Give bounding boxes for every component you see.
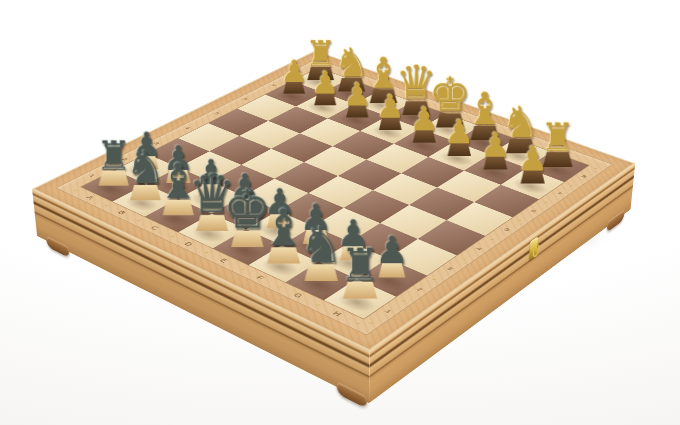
piece-plinth <box>413 130 436 143</box>
piece-plinth <box>346 105 368 117</box>
piece-plinth <box>520 170 544 183</box>
board-top: ABCDEFGH 87654321 87654321 ♜♞♝♛♚♝♞♜♟♟♟♟♟… <box>32 51 635 351</box>
rook-glyph: ♜ <box>340 242 381 288</box>
piece-plinth <box>314 93 336 105</box>
pewter-rook-h1[interactable]: ♜ <box>333 201 388 299</box>
photo-stage: ABCDEFGH 87654321 87654321 ♜♞♝♛♚♝♞♜♟♟♟♟♟… <box>0 0 680 425</box>
piece-plinth <box>447 143 470 156</box>
piece-plinth <box>379 117 402 129</box>
box-foot <box>46 235 70 258</box>
pawn-glyph: ♟ <box>444 115 474 148</box>
pawn-glyph: ♟ <box>409 102 438 135</box>
gold-pawn-h7[interactable]: ♟ <box>508 97 556 184</box>
pawn-glyph: ♟ <box>480 128 510 162</box>
box-foot <box>337 381 368 409</box>
piece-plinth <box>283 82 305 94</box>
scene: ABCDEFGH 87654321 87654321 ♜♞♝♛♚♝♞♜♟♟♟♟♟… <box>0 0 680 425</box>
brass-latch-icon <box>528 236 537 261</box>
piece-plinth <box>483 156 507 169</box>
pawn-glyph: ♟ <box>517 141 548 175</box>
piece-plinth <box>343 281 377 298</box>
box-foot <box>606 209 625 233</box>
